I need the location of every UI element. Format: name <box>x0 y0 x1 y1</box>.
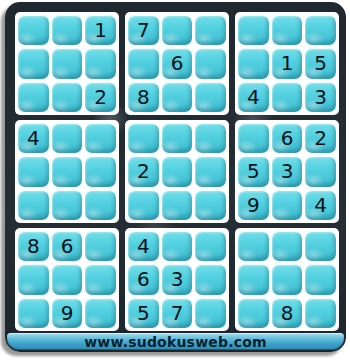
cell-r8c7[interactable] <box>238 264 269 294</box>
cell-r1c3[interactable]: 1 <box>85 15 116 45</box>
cell-r6c8[interactable] <box>272 190 303 220</box>
cell-r8c8[interactable] <box>272 264 303 294</box>
cell-r6c5[interactable] <box>162 190 193 220</box>
box-3-2: 46357 <box>125 228 229 331</box>
cell-r1c6[interactable] <box>195 15 226 45</box>
cell-r5c2[interactable] <box>52 156 83 186</box>
cell-r8c9[interactable] <box>305 264 336 294</box>
cell-r8c6[interactable] <box>195 264 226 294</box>
cell-r5c4[interactable]: 2 <box>128 156 159 186</box>
cell-r4c9[interactable]: 2 <box>305 123 336 153</box>
box-2-1: 4 <box>15 120 119 223</box>
cell-r9c1[interactable] <box>18 298 49 328</box>
cell-r7c7[interactable] <box>238 231 269 261</box>
cell-r1c1[interactable] <box>18 15 49 45</box>
cell-r8c4[interactable]: 6 <box>128 264 159 294</box>
cell-r5c5[interactable] <box>162 156 193 186</box>
cell-r6c9[interactable]: 4 <box>305 190 336 220</box>
sudoku-grid: 12768154342625394869463578 <box>15 12 339 331</box>
cell-r4c1[interactable]: 4 <box>18 123 49 153</box>
cell-r3c6[interactable] <box>195 82 226 112</box>
box-2-2: 2 <box>125 120 229 223</box>
cell-r9c4[interactable]: 5 <box>128 298 159 328</box>
cell-r6c2[interactable] <box>52 190 83 220</box>
cell-r3c2[interactable] <box>52 82 83 112</box>
cell-r4c4[interactable] <box>128 123 159 153</box>
cell-r7c6[interactable] <box>195 231 226 261</box>
cell-r3c5[interactable] <box>162 82 193 112</box>
cell-r7c9[interactable] <box>305 231 336 261</box>
cell-r7c1[interactable]: 8 <box>18 231 49 261</box>
cell-r9c3[interactable] <box>85 298 116 328</box>
cell-r5c3[interactable] <box>85 156 116 186</box>
cell-r3c8[interactable] <box>272 82 303 112</box>
cell-r6c1[interactable] <box>18 190 49 220</box>
site-url: www.sudokusweb.com <box>84 334 267 350</box>
cell-r9c5[interactable]: 7 <box>162 298 193 328</box>
cell-r4c5[interactable] <box>162 123 193 153</box>
cell-r5c8[interactable]: 3 <box>272 156 303 186</box>
box-1-3: 1543 <box>235 12 339 115</box>
cell-r2c6[interactable] <box>195 48 226 78</box>
cell-r5c9[interactable] <box>305 156 336 186</box>
cell-r9c9[interactable] <box>305 298 336 328</box>
cell-r4c8[interactable]: 6 <box>272 123 303 153</box>
cell-r8c2[interactable] <box>52 264 83 294</box>
cell-r7c3[interactable] <box>85 231 116 261</box>
cell-r2c5[interactable]: 6 <box>162 48 193 78</box>
box-3-3: 8 <box>235 228 339 331</box>
cell-r2c9[interactable]: 5 <box>305 48 336 78</box>
cell-r2c2[interactable] <box>52 48 83 78</box>
cell-r2c1[interactable] <box>18 48 49 78</box>
cell-r5c6[interactable] <box>195 156 226 186</box>
cell-r9c6[interactable] <box>195 298 226 328</box>
cell-r1c9[interactable] <box>305 15 336 45</box>
cell-r8c1[interactable] <box>18 264 49 294</box>
cell-r2c4[interactable] <box>128 48 159 78</box>
cell-r8c5[interactable]: 3 <box>162 264 193 294</box>
cell-r9c8[interactable]: 8 <box>272 298 303 328</box>
cell-r1c4[interactable]: 7 <box>128 15 159 45</box>
cell-r3c7[interactable]: 4 <box>238 82 269 112</box>
sudoku-board-frame: 12768154342625394869463578 www.sudokuswe… <box>5 2 346 352</box>
box-1-2: 768 <box>125 12 229 115</box>
cell-r3c9[interactable]: 3 <box>305 82 336 112</box>
cell-r9c7[interactable] <box>238 298 269 328</box>
cell-r4c7[interactable] <box>238 123 269 153</box>
cell-r1c2[interactable] <box>52 15 83 45</box>
cell-r6c3[interactable] <box>85 190 116 220</box>
cell-r2c7[interactable] <box>238 48 269 78</box>
cell-r9c2[interactable]: 9 <box>52 298 83 328</box>
cell-r6c7[interactable]: 9 <box>238 190 269 220</box>
cell-r3c3[interactable]: 2 <box>85 82 116 112</box>
cell-r3c4[interactable]: 8 <box>128 82 159 112</box>
box-1-1: 12 <box>15 12 119 115</box>
cell-r8c3[interactable] <box>85 264 116 294</box>
cell-r7c2[interactable]: 6 <box>52 231 83 261</box>
cell-r1c5[interactable] <box>162 15 193 45</box>
cell-r2c3[interactable] <box>85 48 116 78</box>
cell-r1c8[interactable] <box>272 15 303 45</box>
cell-r3c1[interactable] <box>18 82 49 112</box>
cell-r7c4[interactable]: 4 <box>128 231 159 261</box>
cell-r4c3[interactable] <box>85 123 116 153</box>
cell-r7c8[interactable] <box>272 231 303 261</box>
cell-r5c7[interactable]: 5 <box>238 156 269 186</box>
cell-r7c5[interactable] <box>162 231 193 261</box>
cell-r4c2[interactable] <box>52 123 83 153</box>
cell-r5c1[interactable] <box>18 156 49 186</box>
cell-r6c6[interactable] <box>195 190 226 220</box>
cell-r4c6[interactable] <box>195 123 226 153</box>
box-3-1: 869 <box>15 228 119 331</box>
box-2-3: 625394 <box>235 120 339 223</box>
cell-r6c4[interactable] <box>128 190 159 220</box>
cell-r2c8[interactable]: 1 <box>272 48 303 78</box>
footer-bar: www.sudokusweb.com <box>7 333 344 350</box>
cell-r1c7[interactable] <box>238 15 269 45</box>
